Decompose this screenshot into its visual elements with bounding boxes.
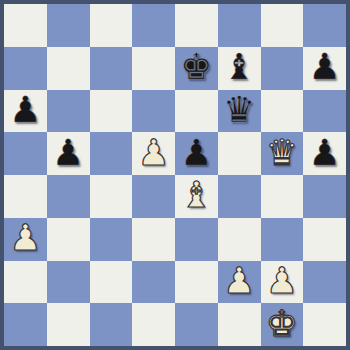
square-f5[interactable] (218, 132, 261, 175)
square-e4[interactable]: ♝ (175, 175, 218, 218)
square-c4[interactable] (90, 175, 133, 218)
square-h2[interactable] (303, 261, 346, 304)
square-a8[interactable] (4, 4, 47, 47)
square-c1[interactable] (90, 303, 133, 346)
square-f8[interactable] (218, 4, 261, 47)
square-d3[interactable] (132, 218, 175, 261)
square-h6[interactable] (303, 90, 346, 133)
square-h5[interactable]: ♟ (303, 132, 346, 175)
square-c2[interactable] (90, 261, 133, 304)
square-a4[interactable] (4, 175, 47, 218)
piece-white-queen-g5[interactable]: ♛ (266, 135, 298, 171)
square-d5[interactable]: ♟ (132, 132, 175, 175)
square-d1[interactable] (132, 303, 175, 346)
piece-white-king-g1[interactable]: ♚ (266, 306, 298, 342)
square-h8[interactable] (303, 4, 346, 47)
piece-black-bishop-f7[interactable]: ♝ (223, 49, 255, 85)
square-e8[interactable] (175, 4, 218, 47)
square-d7[interactable] (132, 47, 175, 90)
square-b4[interactable] (47, 175, 90, 218)
square-f7[interactable]: ♝ (218, 47, 261, 90)
piece-black-king-e7[interactable]: ♚ (180, 49, 212, 85)
square-e3[interactable] (175, 218, 218, 261)
piece-white-pawn-f2[interactable]: ♟ (223, 263, 255, 299)
square-e7[interactable]: ♚ (175, 47, 218, 90)
square-f4[interactable] (218, 175, 261, 218)
piece-white-pawn-a3[interactable]: ♟ (9, 220, 41, 256)
square-e6[interactable] (175, 90, 218, 133)
square-d8[interactable] (132, 4, 175, 47)
piece-white-bishop-e4[interactable]: ♝ (180, 177, 212, 213)
square-d2[interactable] (132, 261, 175, 304)
piece-black-pawn-h7[interactable]: ♟ (308, 49, 340, 85)
square-c7[interactable] (90, 47, 133, 90)
square-h3[interactable] (303, 218, 346, 261)
square-b8[interactable] (47, 4, 90, 47)
square-a6[interactable]: ♟ (4, 90, 47, 133)
square-g7[interactable] (261, 47, 304, 90)
square-d4[interactable] (132, 175, 175, 218)
square-b6[interactable] (47, 90, 90, 133)
square-b2[interactable] (47, 261, 90, 304)
square-c6[interactable] (90, 90, 133, 133)
square-g6[interactable] (261, 90, 304, 133)
square-h1[interactable] (303, 303, 346, 346)
square-g4[interactable] (261, 175, 304, 218)
chess-board: ♚♝♟♟♛♟♟♟♛♟♝♟♟♟♚ (0, 0, 350, 350)
square-d6[interactable] (132, 90, 175, 133)
square-b7[interactable] (47, 47, 90, 90)
square-a5[interactable] (4, 132, 47, 175)
square-g5[interactable]: ♛ (261, 132, 304, 175)
square-a7[interactable] (4, 47, 47, 90)
piece-black-pawn-b5[interactable]: ♟ (52, 135, 84, 171)
piece-black-queen-f6[interactable]: ♛ (223, 92, 255, 128)
square-c5[interactable] (90, 132, 133, 175)
piece-black-pawn-e5[interactable]: ♟ (180, 135, 212, 171)
square-f1[interactable] (218, 303, 261, 346)
square-g8[interactable] (261, 4, 304, 47)
piece-black-pawn-a6[interactable]: ♟ (9, 92, 41, 128)
square-c3[interactable] (90, 218, 133, 261)
square-e1[interactable] (175, 303, 218, 346)
square-b5[interactable]: ♟ (47, 132, 90, 175)
piece-white-pawn-g2[interactable]: ♟ (266, 263, 298, 299)
square-f2[interactable]: ♟ (218, 261, 261, 304)
piece-black-pawn-h5[interactable]: ♟ (308, 135, 340, 171)
piece-white-pawn-d5[interactable]: ♟ (137, 135, 169, 171)
square-f6[interactable]: ♛ (218, 90, 261, 133)
square-e5[interactable]: ♟ (175, 132, 218, 175)
square-c8[interactable] (90, 4, 133, 47)
square-b1[interactable] (47, 303, 90, 346)
square-f3[interactable] (218, 218, 261, 261)
square-h7[interactable]: ♟ (303, 47, 346, 90)
square-a2[interactable] (4, 261, 47, 304)
square-g2[interactable]: ♟ (261, 261, 304, 304)
square-a1[interactable] (4, 303, 47, 346)
square-h4[interactable] (303, 175, 346, 218)
square-b3[interactable] (47, 218, 90, 261)
square-e2[interactable] (175, 261, 218, 304)
square-a3[interactable]: ♟ (4, 218, 47, 261)
square-g1[interactable]: ♚ (261, 303, 304, 346)
square-g3[interactable] (261, 218, 304, 261)
